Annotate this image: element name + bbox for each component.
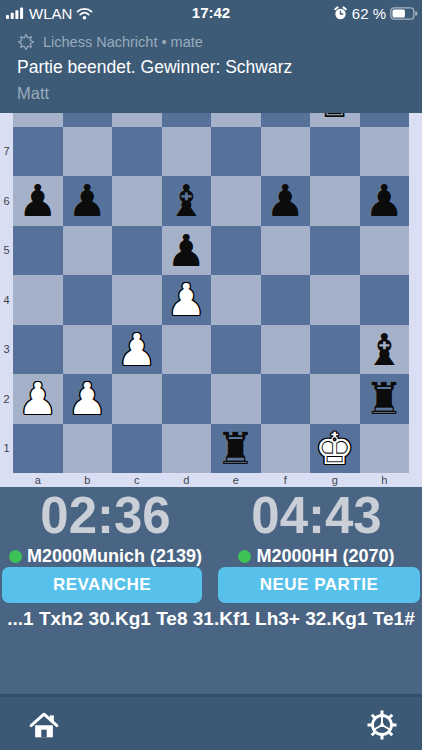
- piece-black-bishop: ♝: [167, 176, 206, 226]
- piece-white-king: ♚: [315, 424, 354, 474]
- square-e1[interactable]: ♜: [211, 424, 261, 474]
- piece-black-pawn: ♟: [68, 176, 107, 226]
- battery-percent-label: 62 %: [352, 5, 386, 22]
- square-a6[interactable]: ♟: [13, 176, 63, 226]
- square-d6[interactable]: ♝: [162, 176, 212, 226]
- rank-label-3: 3: [0, 325, 13, 375]
- online-dot: [9, 550, 22, 563]
- clock-right: 04:43: [211, 489, 422, 543]
- piece-black-bishop: ♝: [365, 325, 404, 375]
- piece-black-pawn: ♟: [365, 176, 404, 226]
- square-f5[interactable]: [261, 226, 311, 276]
- square-h3[interactable]: ♝: [360, 325, 410, 375]
- square-b6[interactable]: ♟: [63, 176, 113, 226]
- file-labels: abcdefgh: [13, 473, 409, 487]
- rank-label-5: 5: [0, 226, 13, 276]
- square-f1[interactable]: [261, 424, 311, 474]
- square-f2[interactable]: [261, 374, 311, 424]
- square-e4[interactable]: [211, 275, 261, 325]
- square-a3[interactable]: [13, 325, 63, 375]
- board-squares: ♚♟♟♝♟♟♟♟♟♝♟♟♜♜♚: [13, 77, 409, 473]
- status-bar: WLAN 17:42 62 %: [0, 3, 422, 23]
- app-screen: 87654321 ♚♟♟♝♟♟♟♟♟♝♟♟♜♜♚ abcdefgh WLAN: [0, 0, 422, 750]
- square-h6[interactable]: ♟: [360, 176, 410, 226]
- new-game-button[interactable]: NEUE PARTIE: [218, 567, 420, 603]
- square-c4[interactable]: [112, 275, 162, 325]
- online-dot: [238, 550, 251, 563]
- rematch-button[interactable]: REVANCHE: [2, 567, 202, 603]
- rank-label-4: 4: [0, 275, 13, 325]
- square-c5[interactable]: [112, 226, 162, 276]
- square-f3[interactable]: [261, 325, 311, 375]
- file-label-f: f: [261, 473, 311, 487]
- move-list: ...1 Txh2 30.Kg1 Te8 31.Kf1 Lh3+ 32.Kg1 …: [0, 608, 422, 630]
- square-b4[interactable]: [63, 275, 113, 325]
- notification-banner[interactable]: WLAN 17:42 62 %: [0, 0, 422, 113]
- square-h4[interactable]: [360, 275, 410, 325]
- home-button[interactable]: [28, 710, 60, 740]
- square-a5[interactable]: [13, 226, 63, 276]
- piece-black-pawn: ♟: [266, 176, 305, 226]
- lichess-seal-icon: [17, 33, 35, 51]
- square-a2[interactable]: ♟: [13, 374, 63, 424]
- clock-left: 02:36: [0, 489, 211, 543]
- piece-white-pawn: ♟: [117, 325, 156, 375]
- home-icon: [28, 710, 60, 740]
- square-a1[interactable]: [13, 424, 63, 474]
- square-b2[interactable]: ♟: [63, 374, 113, 424]
- file-label-d: d: [162, 473, 212, 487]
- square-c6[interactable]: [112, 176, 162, 226]
- alarm-icon: [333, 6, 348, 20]
- piece-black-pawn: ♟: [167, 226, 206, 276]
- square-g3[interactable]: [310, 325, 360, 375]
- piece-black-pawn: ♟: [18, 176, 57, 226]
- piece-black-rook: ♜: [216, 424, 255, 474]
- bottom-nav-bar: [0, 694, 422, 750]
- square-c3[interactable]: ♟: [112, 325, 162, 375]
- square-b5[interactable]: [63, 226, 113, 276]
- player-right-name: M2000HH (2070): [256, 546, 394, 567]
- square-g5[interactable]: [310, 226, 360, 276]
- square-e7[interactable]: [211, 127, 261, 177]
- player-right: M2000HH (2070): [211, 546, 422, 567]
- piece-white-pawn: ♟: [68, 374, 107, 424]
- square-b1[interactable]: [63, 424, 113, 474]
- square-g2[interactable]: [310, 374, 360, 424]
- square-f6[interactable]: ♟: [261, 176, 311, 226]
- gear-icon: [366, 709, 398, 741]
- square-d4[interactable]: ♟: [162, 275, 212, 325]
- rank-label-1: 1: [0, 424, 13, 474]
- square-d7[interactable]: [162, 127, 212, 177]
- player-left: M2000Munich (2139): [0, 546, 211, 567]
- piece-black-rook: ♜: [365, 374, 404, 424]
- rank-label-7: 7: [0, 127, 13, 177]
- battery-icon: [390, 7, 418, 20]
- square-g4[interactable]: [310, 275, 360, 325]
- square-e6[interactable]: [211, 176, 261, 226]
- square-g6[interactable]: [310, 176, 360, 226]
- square-g1[interactable]: ♚: [310, 424, 360, 474]
- file-label-g: g: [310, 473, 360, 487]
- file-label-e: e: [211, 473, 261, 487]
- square-h7[interactable]: [360, 127, 410, 177]
- square-d1[interactable]: [162, 424, 212, 474]
- square-e3[interactable]: [211, 325, 261, 375]
- file-label-h: h: [360, 473, 410, 487]
- square-e2[interactable]: [211, 374, 261, 424]
- square-a7[interactable]: [13, 127, 63, 177]
- square-h2[interactable]: ♜: [360, 374, 410, 424]
- square-d2[interactable]: [162, 374, 212, 424]
- chess-board: 87654321 ♚♟♟♝♟♟♟♟♟♝♟♟♜♜♚ abcdefgh: [0, 77, 422, 487]
- square-a4[interactable]: [13, 275, 63, 325]
- square-b7[interactable]: [63, 127, 113, 177]
- square-f7[interactable]: [261, 127, 311, 177]
- player-left-name: M2000Munich (2139): [27, 546, 202, 567]
- piece-white-pawn: ♟: [18, 374, 57, 424]
- notification-message: Partie beendet. Gewinner: Schwarz: [17, 57, 292, 78]
- notification-detail: Matt: [17, 84, 49, 103]
- file-label-b: b: [63, 473, 113, 487]
- square-h5[interactable]: [360, 226, 410, 276]
- square-h1[interactable]: [360, 424, 410, 474]
- rank-label-6: 6: [0, 176, 13, 226]
- square-e5[interactable]: [211, 226, 261, 276]
- square-b3[interactable]: [63, 325, 113, 375]
- square-g7[interactable]: [310, 127, 360, 177]
- rank-labels: 87654321: [0, 77, 13, 473]
- rank-label-2: 2: [0, 374, 13, 424]
- file-label-c: c: [112, 473, 162, 487]
- square-c7[interactable]: [112, 127, 162, 177]
- square-d5[interactable]: ♟: [162, 226, 212, 276]
- file-label-a: a: [13, 473, 63, 487]
- notification-title: Lichess Nachricht • mate: [43, 34, 203, 50]
- square-d3[interactable]: [162, 325, 212, 375]
- piece-white-pawn: ♟: [167, 275, 206, 325]
- square-c1[interactable]: [112, 424, 162, 474]
- settings-button[interactable]: [366, 709, 398, 741]
- square-f4[interactable]: [261, 275, 311, 325]
- square-c2[interactable]: [112, 374, 162, 424]
